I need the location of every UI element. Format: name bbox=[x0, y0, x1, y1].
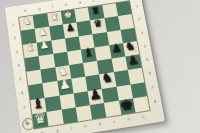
piece-black-K-b8: ♚ bbox=[119, 96, 134, 112]
coord-label-b: b bbox=[106, 0, 109, 1]
coord-label-f: f bbox=[52, 5, 54, 9]
coord-label-4: 4 bbox=[17, 64, 20, 68]
piece-black-Q-c2: ♛ bbox=[93, 19, 103, 30]
piece-white-P-g3: ♟ bbox=[39, 40, 50, 52]
coord-label-7: 7 bbox=[151, 86, 154, 90]
coord-label-2: 2 bbox=[138, 18, 141, 22]
square-h8: ♛ bbox=[32, 112, 48, 129]
piece-black-N-a4: ♞ bbox=[124, 41, 136, 53]
piece-white-P-g2: ♟ bbox=[37, 27, 47, 38]
piece-white-R-f1: ♜ bbox=[50, 12, 60, 22]
piece-black-P-a5: ♟ bbox=[127, 54, 140, 67]
coord-label-h: h bbox=[24, 9, 27, 13]
photo-scene: hgfedcba hgfedcba 12345678 12345678 ✦ ♞♜… bbox=[0, 0, 200, 133]
chess-board: ♞♜♚♜♟♟♛♝♟♝♟♞♞♟♟♞♝♟♛♚ bbox=[19, 1, 149, 128]
square-a8 bbox=[133, 96, 150, 112]
coord-label-6: 6 bbox=[148, 72, 151, 76]
coord-label-6: 6 bbox=[21, 92, 24, 96]
piece-white-Q-h8: ♛ bbox=[33, 110, 48, 126]
coord-label-f: f bbox=[70, 127, 72, 131]
coord-label-d: d bbox=[78, 1, 81, 5]
coord-label-g: g bbox=[38, 7, 41, 11]
coord-label-7: 7 bbox=[23, 106, 26, 110]
coord-label-e: e bbox=[65, 3, 68, 7]
coord-label-h: h bbox=[41, 131, 44, 133]
coord-label-1: 1 bbox=[135, 5, 138, 9]
coord-label-1: 1 bbox=[12, 23, 15, 27]
coord-label-c: c bbox=[113, 120, 116, 124]
piece-white-B-h3: ♝ bbox=[25, 42, 36, 54]
piece-black-R-c1: ♜ bbox=[91, 6, 101, 16]
coord-label-a: a bbox=[142, 115, 145, 119]
piece-black-P-b4: ♟ bbox=[111, 43, 123, 55]
piece-white-N-h1: ♞ bbox=[22, 16, 32, 26]
piece-black-P-e2: ♟ bbox=[65, 23, 75, 34]
piece-black-B-d4: ♝ bbox=[83, 47, 95, 59]
coord-label-2: 2 bbox=[13, 37, 16, 41]
coord-label-e: e bbox=[84, 124, 87, 128]
coord-label-5: 5 bbox=[146, 58, 149, 62]
piece-white-K-e1: ♚ bbox=[63, 10, 73, 20]
piece-white-P-f6: ♟ bbox=[58, 78, 71, 92]
chess-mat: hgfedcba hgfedcba 12345678 12345678 ✦ ♞♜… bbox=[5, 0, 165, 133]
coord-label-8: 8 bbox=[154, 100, 157, 104]
coord-label-c: c bbox=[92, 0, 95, 3]
coord-label-d: d bbox=[98, 122, 101, 126]
square-b8: ♚ bbox=[118, 98, 135, 115]
coord-label-3: 3 bbox=[140, 31, 143, 35]
coord-label-g: g bbox=[56, 129, 59, 133]
coord-label-b: b bbox=[127, 117, 130, 121]
coord-label-5: 5 bbox=[19, 78, 22, 82]
piece-black-N-c6: ♞ bbox=[101, 71, 114, 85]
coord-label-4: 4 bbox=[143, 44, 146, 48]
coord-label-3: 3 bbox=[15, 50, 18, 54]
piece-black-P-d7: ♟ bbox=[88, 87, 102, 102]
